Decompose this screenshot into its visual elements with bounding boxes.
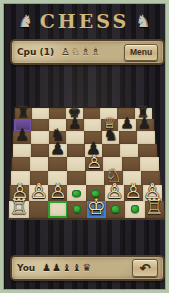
legal-move-dot-g1[interactable] — [131, 205, 139, 212]
square-b6[interactable] — [31, 131, 49, 144]
captured-black-bishop-icon: ♝ — [62, 263, 71, 273]
square-g6[interactable] — [119, 131, 137, 144]
square-a5[interactable] — [13, 144, 31, 158]
piece-white-pawn-e4[interactable]: ♙ — [85, 152, 103, 172]
captured-black-bishop-icon: ♝ — [72, 263, 81, 273]
square-d6[interactable] — [66, 131, 84, 144]
piece-black-pawn-d7[interactable]: ♟ — [66, 115, 83, 132]
square-c1[interactable] — [48, 201, 68, 218]
captured-black-queen-icon: ♛ — [82, 263, 91, 273]
square-g5[interactable] — [120, 144, 138, 158]
square-g4[interactable] — [122, 157, 141, 171]
square-a4[interactable] — [12, 157, 31, 171]
app-screen: ♞ CHESS ♞ Cpu (1) ♙♘♗♗ Menu ♜♚♜♟♕♟♟♟♞♞♟♟… — [0, 0, 169, 293]
legal-move-dot-d1[interactable] — [73, 205, 81, 212]
piece-black-knight-f6[interactable]: ♞ — [102, 126, 120, 144]
piece-white-rook-a1[interactable]: ♖ — [9, 195, 28, 218]
square-e3[interactable] — [86, 171, 105, 186]
captured-white-pawn-icon: ♙ — [61, 47, 70, 57]
captured-black-pawn-icon: ♟ — [42, 263, 51, 273]
square-d3[interactable] — [67, 171, 86, 186]
square-b4[interactable] — [30, 157, 49, 171]
piece-white-pawn-f2[interactable]: ♙ — [105, 180, 124, 202]
app-title: CHESS — [40, 10, 130, 32]
piece-black-pawn-c5[interactable]: ♟ — [49, 139, 67, 158]
square-c4[interactable] — [48, 157, 67, 171]
piece-white-pawn-b2[interactable]: ♙ — [29, 180, 48, 202]
cpu-captured-tray: ♙♘♗♗ — [61, 47, 121, 57]
square-b8[interactable] — [32, 108, 50, 120]
piece-white-king-e1[interactable]: ♔ — [87, 195, 106, 218]
captured-white-knight-icon: ♘ — [71, 47, 80, 57]
piece-black-rook-a8[interactable]: ♜ — [15, 104, 32, 121]
square-f5[interactable] — [102, 144, 120, 158]
square-c8[interactable] — [49, 108, 67, 120]
piece-black-pawn-a6[interactable]: ♟ — [13, 126, 31, 144]
you-bar: You ♟♟♝♝♛ ↶ — [10, 255, 165, 281]
undo-button[interactable]: ↶ — [132, 259, 158, 277]
chess-board[interactable]: ♜♚♜♟♕♟♟♟♞♞♟♟♙♘♙♙♙♙♙♙♖♔♖ — [3, 99, 169, 233]
piece-black-pawn-g7[interactable]: ♟ — [118, 115, 135, 132]
captured-white-bishop-icon: ♗ — [91, 47, 100, 57]
cpu-label: Cpu (1) — [17, 47, 54, 57]
square-e7[interactable] — [84, 119, 102, 131]
square-b7[interactable] — [31, 119, 49, 131]
captured-black-pawn-icon: ♟ — [52, 263, 61, 273]
legal-move-dot-d2[interactable] — [72, 190, 80, 197]
square-h6[interactable] — [137, 131, 155, 144]
knight-decor-right-icon: ♞ — [135, 13, 150, 30]
knight-decor-left-icon: ♞ — [18, 13, 33, 30]
square-h4[interactable] — [140, 157, 159, 171]
square-e8[interactable] — [83, 108, 101, 120]
you-captured-tray: ♟♟♝♝♛ — [42, 263, 129, 273]
piece-white-pawn-c2[interactable]: ♙ — [48, 180, 67, 202]
square-d4[interactable] — [67, 157, 86, 171]
legal-move-dot-f1[interactable] — [111, 205, 119, 212]
piece-white-rook-h1[interactable]: ♖ — [145, 195, 164, 218]
square-b1[interactable] — [29, 201, 49, 218]
you-label: You — [17, 263, 35, 273]
square-b5[interactable] — [31, 144, 49, 158]
piece-white-pawn-g2[interactable]: ♙ — [124, 180, 143, 202]
cpu-bar: Cpu (1) ♙♘♗♗ Menu — [10, 39, 165, 65]
title-bar: ♞ CHESS ♞ — [3, 5, 166, 37]
square-d5[interactable] — [67, 144, 85, 158]
square-h5[interactable] — [138, 144, 156, 158]
menu-button[interactable]: Menu — [124, 44, 158, 61]
captured-white-bishop-icon: ♗ — [81, 47, 90, 57]
piece-black-pawn-h7[interactable]: ♟ — [136, 115, 153, 132]
